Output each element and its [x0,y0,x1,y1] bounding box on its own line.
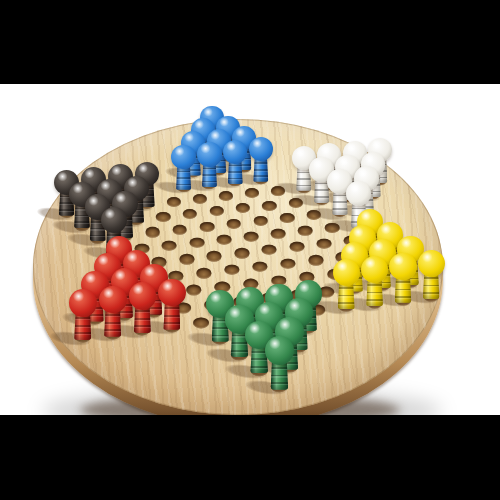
photo-stage [0,0,500,500]
peg-ball [101,207,127,233]
peg-ball [265,336,294,365]
peg-ball [129,282,157,310]
peg-ball [171,145,195,169]
peg-ball [249,137,273,161]
peg-ball [418,250,445,277]
peg-ball [69,289,97,317]
letterbox-bottom [0,415,500,500]
peg-ball [158,279,186,307]
peg-ball [333,259,360,286]
peg-ball [99,286,127,314]
peg-ball [389,253,416,280]
peg-ball [197,142,221,166]
letterbox-top [0,0,500,84]
